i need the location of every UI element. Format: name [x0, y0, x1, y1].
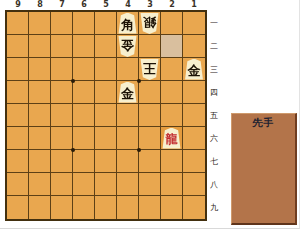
piece-glyph: 銀: [143, 16, 156, 29]
piece-glyph: 金: [121, 87, 134, 100]
rank-label-8: 八: [208, 173, 220, 196]
square-5-5[interactable]: [95, 104, 117, 127]
file-label-5: 5: [95, 0, 117, 10]
square-1-7[interactable]: [183, 150, 205, 173]
square-9-4[interactable]: [7, 81, 29, 104]
sente-komadai: 先手: [231, 113, 297, 225]
square-1-5[interactable]: [183, 104, 205, 127]
piece-glyph: 金: [188, 64, 201, 77]
square-2-6[interactable]: 龍: [161, 127, 183, 150]
hoshi-dot-1: [71, 79, 75, 83]
shogi-piece-龍-2-6[interactable]: 龍: [162, 128, 181, 149]
square-7-6[interactable]: [51, 127, 73, 150]
square-8-6[interactable]: [29, 127, 51, 150]
square-4-6[interactable]: [117, 127, 139, 150]
square-2-8[interactable]: [161, 173, 183, 196]
komadai-label: 先手: [232, 114, 295, 130]
square-1-9[interactable]: [183, 196, 205, 219]
square-4-3[interactable]: [117, 58, 139, 81]
square-7-1[interactable]: [51, 12, 73, 35]
square-4-4[interactable]: 金: [117, 81, 139, 104]
square-9-5[interactable]: [7, 104, 29, 127]
file-label-2: 2: [161, 0, 183, 10]
square-6-8[interactable]: [73, 173, 95, 196]
square-8-3[interactable]: [29, 58, 51, 81]
square-9-2[interactable]: [7, 35, 29, 58]
square-8-9[interactable]: [29, 196, 51, 219]
square-9-8[interactable]: [7, 173, 29, 196]
piece-glyph: 龍: [166, 133, 178, 145]
square-7-2[interactable]: [51, 35, 73, 58]
square-5-9[interactable]: [95, 196, 117, 219]
square-4-8[interactable]: [117, 173, 139, 196]
square-3-3[interactable]: 王: [139, 58, 161, 81]
square-2-1[interactable]: [161, 12, 183, 35]
file-label-9: 9: [7, 0, 29, 10]
square-4-2[interactable]: 金: [117, 35, 139, 58]
square-3-5[interactable]: [139, 104, 161, 127]
square-2-4[interactable]: [161, 81, 183, 104]
square-9-9[interactable]: [7, 196, 29, 219]
square-1-2[interactable]: [183, 35, 205, 58]
square-9-6[interactable]: [7, 127, 29, 150]
square-7-9[interactable]: [51, 196, 73, 219]
board-grid: 角銀金王金金龍: [7, 12, 205, 219]
square-8-7[interactable]: [29, 150, 51, 173]
square-8-2[interactable]: [29, 35, 51, 58]
rank-label-4: 四: [208, 81, 220, 104]
square-1-6[interactable]: [183, 127, 205, 150]
square-5-4[interactable]: [95, 81, 117, 104]
square-3-1[interactable]: 銀: [139, 12, 161, 35]
square-7-7[interactable]: [51, 150, 73, 173]
shogi-piece-金-4-4[interactable]: 金: [118, 82, 137, 103]
square-4-1[interactable]: 角: [117, 12, 139, 35]
square-3-7[interactable]: [139, 150, 161, 173]
square-2-5[interactable]: [161, 104, 183, 127]
square-4-7[interactable]: [117, 150, 139, 173]
square-6-3[interactable]: [73, 58, 95, 81]
square-6-2[interactable]: [73, 35, 95, 58]
piece-glyph: 角: [121, 18, 134, 31]
hoshi-dot-4: [137, 148, 141, 152]
shogi-piece-銀-3-1[interactable]: 銀: [140, 13, 159, 34]
square-1-4[interactable]: [183, 81, 205, 104]
file-label-7: 7: [51, 0, 73, 10]
rank-label-9: 九: [208, 196, 220, 219]
square-2-9[interactable]: [161, 196, 183, 219]
shogi-diagram: 987654321 角銀金王金金龍 一二三四五六七八九 先手: [0, 0, 300, 229]
piece-glyph: 金: [121, 39, 134, 52]
square-5-8[interactable]: [95, 173, 117, 196]
rank-label-3: 三: [208, 58, 220, 81]
square-3-4[interactable]: [139, 81, 161, 104]
square-6-9[interactable]: [73, 196, 95, 219]
square-6-4[interactable]: [73, 81, 95, 104]
file-label-8: 8: [29, 0, 51, 10]
square-1-8[interactable]: [183, 173, 205, 196]
rank-labels: 一二三四五六七八九: [208, 12, 220, 219]
square-1-1[interactable]: [183, 12, 205, 35]
square-7-4[interactable]: [51, 81, 73, 104]
rank-label-7: 七: [208, 150, 220, 173]
shogi-board: 角銀金王金金龍: [5, 10, 207, 221]
square-6-6[interactable]: [73, 127, 95, 150]
square-8-4[interactable]: [29, 81, 51, 104]
square-6-5[interactable]: [73, 104, 95, 127]
square-5-7[interactable]: [95, 150, 117, 173]
square-4-5[interactable]: [117, 104, 139, 127]
square-5-2[interactable]: [95, 35, 117, 58]
square-9-7[interactable]: [7, 150, 29, 173]
hoshi-dot-3: [71, 148, 75, 152]
rank-label-2: 二: [208, 35, 220, 58]
square-2-2[interactable]: [161, 35, 183, 58]
shogi-piece-角-4-1[interactable]: 角: [118, 13, 137, 34]
square-7-8[interactable]: [51, 173, 73, 196]
square-6-1[interactable]: [73, 12, 95, 35]
square-8-8[interactable]: [29, 173, 51, 196]
square-9-3[interactable]: [7, 58, 29, 81]
rank-label-1: 一: [208, 12, 220, 35]
rank-label-5: 五: [208, 104, 220, 127]
square-9-1[interactable]: [7, 12, 29, 35]
square-2-7[interactable]: [161, 150, 183, 173]
square-1-3[interactable]: 金: [183, 58, 205, 81]
square-3-9[interactable]: [139, 196, 161, 219]
square-2-3[interactable]: [161, 58, 183, 81]
square-8-5[interactable]: [29, 104, 51, 127]
file-label-3: 3: [139, 0, 161, 10]
square-3-6[interactable]: [139, 127, 161, 150]
square-7-5[interactable]: [51, 104, 73, 127]
square-5-3[interactable]: [95, 58, 117, 81]
piece-glyph: 王: [143, 62, 156, 75]
square-3-2[interactable]: [139, 35, 161, 58]
square-6-7[interactable]: [73, 150, 95, 173]
file-label-4: 4: [117, 0, 139, 10]
square-4-9[interactable]: [117, 196, 139, 219]
hoshi-dot-2: [137, 79, 141, 83]
square-5-6[interactable]: [95, 127, 117, 150]
square-8-1[interactable]: [29, 12, 51, 35]
square-7-3[interactable]: [51, 58, 73, 81]
shogi-piece-金-4-2[interactable]: 金: [118, 36, 137, 57]
rank-label-6: 六: [208, 127, 220, 150]
file-label-1: 1: [183, 0, 205, 10]
shogi-piece-王-3-3[interactable]: 王: [140, 59, 159, 80]
square-3-8[interactable]: [139, 173, 161, 196]
square-5-1[interactable]: [95, 12, 117, 35]
shogi-piece-金-1-3[interactable]: 金: [185, 59, 204, 80]
file-label-6: 6: [73, 0, 95, 10]
file-labels: 987654321: [7, 0, 205, 10]
